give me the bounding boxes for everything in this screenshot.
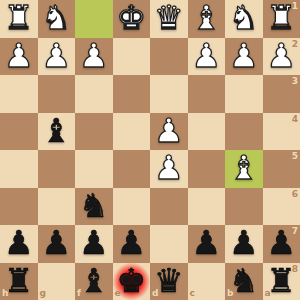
square-e8[interactable]: ♚e xyxy=(113,263,151,300)
square-a5[interactable]: 5 xyxy=(263,150,301,188)
rank-label-2: 2 xyxy=(292,40,298,49)
square-c5[interactable] xyxy=(188,150,226,188)
white-pawn-piece[interactable]: ♟ xyxy=(191,39,221,72)
white-pawn-piece[interactable]: ♟ xyxy=(154,151,184,184)
square-g5[interactable] xyxy=(38,150,76,188)
square-h3[interactable] xyxy=(0,75,38,113)
square-g6[interactable] xyxy=(38,188,76,226)
chess-board: ♜♞♚♛♝♞♜1♟♟♟♟♟♟23♝♟4♟♝5♞6♟♟♟♟♟♟♟7♜hg♝f♚e♛… xyxy=(0,0,300,300)
black-bishop-piece[interactable]: ♝ xyxy=(41,114,71,147)
square-h4[interactable] xyxy=(0,113,38,151)
white-pawn-piece[interactable]: ♟ xyxy=(229,39,259,72)
rank-label-6: 6 xyxy=(292,190,298,199)
square-h6[interactable] xyxy=(0,188,38,226)
square-h2[interactable]: ♟ xyxy=(0,38,38,76)
square-b1[interactable]: ♞ xyxy=(225,0,263,38)
rank-label-7: 7 xyxy=(292,227,298,236)
square-a8[interactable]: ♜8a xyxy=(263,263,301,300)
square-f3[interactable] xyxy=(75,75,113,113)
square-d7[interactable] xyxy=(150,225,188,263)
square-b5[interactable]: ♝ xyxy=(225,150,263,188)
square-f8[interactable]: ♝f xyxy=(75,263,113,300)
square-g7[interactable]: ♟ xyxy=(38,225,76,263)
black-pawn-piece[interactable]: ♟ xyxy=(4,226,34,259)
rank-label-4: 4 xyxy=(292,115,298,124)
square-h5[interactable] xyxy=(0,150,38,188)
square-e7[interactable]: ♟ xyxy=(113,225,151,263)
file-label-c: c xyxy=(190,289,195,298)
square-f4[interactable] xyxy=(75,113,113,151)
square-e5[interactable] xyxy=(113,150,151,188)
square-d2[interactable] xyxy=(150,38,188,76)
square-d1[interactable]: ♛ xyxy=(150,0,188,38)
square-e1[interactable]: ♚ xyxy=(113,0,151,38)
square-b2[interactable]: ♟ xyxy=(225,38,263,76)
white-knight-piece[interactable]: ♞ xyxy=(229,1,259,34)
square-a3[interactable]: 3 xyxy=(263,75,301,113)
file-label-h: h xyxy=(2,289,8,298)
white-pawn-piece[interactable]: ♟ xyxy=(79,39,109,72)
square-c6[interactable] xyxy=(188,188,226,226)
square-c8[interactable]: c xyxy=(188,263,226,300)
black-knight-piece[interactable]: ♞ xyxy=(79,189,109,222)
file-label-d: d xyxy=(152,289,158,298)
white-king-piece[interactable]: ♚ xyxy=(116,1,146,34)
square-d8[interactable]: ♛d xyxy=(150,263,188,300)
square-b6[interactable] xyxy=(225,188,263,226)
black-pawn-piece[interactable]: ♟ xyxy=(79,226,109,259)
file-label-e: e xyxy=(115,289,121,298)
square-e4[interactable] xyxy=(113,113,151,151)
black-pawn-piece[interactable]: ♟ xyxy=(41,226,71,259)
square-b7[interactable]: ♟ xyxy=(225,225,263,263)
white-pawn-piece[interactable]: ♟ xyxy=(4,39,34,72)
square-f1[interactable] xyxy=(75,0,113,38)
square-c3[interactable] xyxy=(188,75,226,113)
white-bishop-piece[interactable]: ♝ xyxy=(191,1,221,34)
square-c1[interactable]: ♝ xyxy=(188,0,226,38)
black-pawn-piece[interactable]: ♟ xyxy=(191,226,221,259)
square-a2[interactable]: ♟2 xyxy=(263,38,301,76)
white-pawn-piece[interactable]: ♟ xyxy=(41,39,71,72)
square-f5[interactable] xyxy=(75,150,113,188)
file-label-f: f xyxy=(77,289,81,298)
square-b4[interactable] xyxy=(225,113,263,151)
square-e6[interactable] xyxy=(113,188,151,226)
white-knight-piece[interactable]: ♞ xyxy=(41,1,71,34)
square-d3[interactable] xyxy=(150,75,188,113)
square-f6[interactable]: ♞ xyxy=(75,188,113,226)
black-king-piece[interactable]: ♚ xyxy=(116,264,146,297)
square-g8[interactable]: g xyxy=(38,263,76,300)
rank-label-8: 8 xyxy=(292,265,298,274)
square-d6[interactable] xyxy=(150,188,188,226)
square-g3[interactable] xyxy=(38,75,76,113)
square-d4[interactable]: ♟ xyxy=(150,113,188,151)
black-bishop-piece[interactable]: ♝ xyxy=(79,264,109,297)
square-b8[interactable]: ♞b xyxy=(225,263,263,300)
file-label-b: b xyxy=(227,289,233,298)
square-c4[interactable] xyxy=(188,113,226,151)
file-label-a: a xyxy=(265,289,271,298)
square-h1[interactable]: ♜ xyxy=(0,0,38,38)
square-a1[interactable]: ♜1 xyxy=(263,0,301,38)
square-a4[interactable]: 4 xyxy=(263,113,301,151)
square-a7[interactable]: ♟7 xyxy=(263,225,301,263)
square-b3[interactable] xyxy=(225,75,263,113)
square-c7[interactable]: ♟ xyxy=(188,225,226,263)
square-a6[interactable]: 6 xyxy=(263,188,301,226)
square-f2[interactable]: ♟ xyxy=(75,38,113,76)
rank-label-3: 3 xyxy=(292,77,298,86)
square-g4[interactable]: ♝ xyxy=(38,113,76,151)
rank-label-1: 1 xyxy=(292,2,298,11)
rank-label-5: 5 xyxy=(292,152,298,161)
square-h7[interactable]: ♟ xyxy=(0,225,38,263)
white-bishop-piece[interactable]: ♝ xyxy=(229,151,259,184)
square-f7[interactable]: ♟ xyxy=(75,225,113,263)
white-rook-piece[interactable]: ♜ xyxy=(4,1,34,34)
square-e2[interactable] xyxy=(113,38,151,76)
square-g1[interactable]: ♞ xyxy=(38,0,76,38)
white-pawn-piece[interactable]: ♟ xyxy=(154,114,184,147)
black-pawn-piece[interactable]: ♟ xyxy=(116,226,146,259)
file-label-g: g xyxy=(40,289,46,298)
square-e3[interactable] xyxy=(113,75,151,113)
square-d5[interactable]: ♟ xyxy=(150,150,188,188)
square-c2[interactable]: ♟ xyxy=(188,38,226,76)
square-g2[interactable]: ♟ xyxy=(38,38,76,76)
white-queen-piece[interactable]: ♛ xyxy=(154,1,184,34)
square-h8[interactable]: ♜h xyxy=(0,263,38,300)
black-pawn-piece[interactable]: ♟ xyxy=(229,226,259,259)
